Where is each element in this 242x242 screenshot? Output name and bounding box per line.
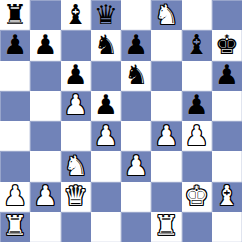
white-pawn-piece[interactable]: ♟ [3, 182, 27, 209]
white-knight-piece[interactable]: ♞ [154, 1, 178, 28]
black-king-piece[interactable]: ♚ [215, 31, 239, 58]
square-a3[interactable] [0, 151, 30, 181]
square-a1[interactable]: ♜ [0, 212, 30, 242]
square-h3[interactable] [212, 151, 242, 181]
square-b7[interactable]: ♟ [30, 30, 60, 60]
square-h6[interactable]: ♟ [212, 61, 242, 91]
square-a5[interactable] [0, 91, 30, 121]
square-f4[interactable]: ♟ [151, 121, 181, 151]
black-knight-piece[interactable]: ♞ [124, 61, 148, 88]
white-king-piece[interactable]: ♚ [185, 182, 209, 209]
square-g5[interactable]: ♟ [182, 91, 212, 121]
black-bishop-piece[interactable]: ♝ [64, 1, 88, 28]
square-b1[interactable] [30, 212, 60, 242]
square-e2[interactable] [121, 182, 151, 212]
square-c4[interactable] [61, 121, 91, 151]
white-pawn-piece[interactable]: ♟ [124, 152, 148, 179]
square-a7[interactable]: ♟ [0, 30, 30, 60]
square-a4[interactable] [0, 121, 30, 151]
square-b4[interactable] [30, 121, 60, 151]
square-h1[interactable] [212, 212, 242, 242]
square-e6[interactable]: ♞ [121, 61, 151, 91]
square-g3[interactable] [182, 151, 212, 181]
black-pawn-piece[interactable]: ♟ [64, 61, 88, 88]
square-c7[interactable] [61, 30, 91, 60]
square-f8[interactable]: ♞ [151, 0, 181, 30]
black-knight-piece[interactable]: ♞ [94, 31, 118, 58]
square-c2[interactable]: ♛ [61, 182, 91, 212]
square-e8[interactable] [121, 0, 151, 30]
black-pawn-piece[interactable]: ♟ [33, 31, 57, 58]
square-g8[interactable] [182, 0, 212, 30]
square-d6[interactable] [91, 61, 121, 91]
square-b2[interactable]: ♟ [30, 182, 60, 212]
white-queen-piece[interactable]: ♛ [64, 182, 88, 209]
square-b3[interactable] [30, 151, 60, 181]
black-bishop-piece[interactable]: ♝ [185, 31, 209, 58]
black-pawn-piece[interactable]: ♟ [185, 91, 209, 118]
square-e7[interactable]: ♟ [121, 30, 151, 60]
square-h7[interactable]: ♚ [212, 30, 242, 60]
white-pawn-piece[interactable]: ♟ [94, 122, 118, 149]
square-e3[interactable]: ♟ [121, 151, 151, 181]
square-h4[interactable] [212, 121, 242, 151]
square-c6[interactable]: ♟ [61, 61, 91, 91]
square-f1[interactable]: ♜ [151, 212, 181, 242]
white-pawn-piece[interactable]: ♟ [33, 182, 57, 209]
black-pawn-piece[interactable]: ♟ [215, 61, 239, 88]
square-e1[interactable] [121, 212, 151, 242]
square-c3[interactable]: ♞ [61, 151, 91, 181]
square-a2[interactable]: ♟ [0, 182, 30, 212]
square-g1[interactable] [182, 212, 212, 242]
square-d4[interactable]: ♟ [91, 121, 121, 151]
black-pawn-piece[interactable]: ♟ [124, 31, 148, 58]
square-f6[interactable] [151, 61, 181, 91]
square-h8[interactable] [212, 0, 242, 30]
square-f7[interactable] [151, 30, 181, 60]
white-pawn-piece[interactable]: ♟ [185, 122, 209, 149]
square-h5[interactable] [212, 91, 242, 121]
square-f2[interactable] [151, 182, 181, 212]
white-bishop-piece[interactable]: ♝ [215, 182, 239, 209]
square-d7[interactable]: ♞ [91, 30, 121, 60]
square-d8[interactable]: ♛ [91, 0, 121, 30]
white-rook-piece[interactable]: ♜ [154, 212, 178, 239]
square-f5[interactable] [151, 91, 181, 121]
black-rook-piece[interactable]: ♜ [3, 1, 27, 28]
square-b6[interactable] [30, 61, 60, 91]
black-pawn-piece[interactable]: ♟ [94, 91, 118, 118]
square-d2[interactable] [91, 182, 121, 212]
square-c1[interactable] [61, 212, 91, 242]
square-c5[interactable]: ♟ [61, 91, 91, 121]
square-e5[interactable] [121, 91, 151, 121]
square-g7[interactable]: ♝ [182, 30, 212, 60]
square-d5[interactable]: ♟ [91, 91, 121, 121]
square-d3[interactable] [91, 151, 121, 181]
white-knight-piece[interactable]: ♞ [64, 152, 88, 179]
white-pawn-piece[interactable]: ♟ [154, 122, 178, 149]
square-g6[interactable] [182, 61, 212, 91]
square-f3[interactable] [151, 151, 181, 181]
chess-board: ♜♝♛♞♟♟♞♟♝♚♟♞♟♟♟♟♟♟♟♞♟♟♟♛♚♝♜♜ [0, 0, 242, 242]
square-a8[interactable]: ♜ [0, 0, 30, 30]
square-g2[interactable]: ♚ [182, 182, 212, 212]
square-d1[interactable] [91, 212, 121, 242]
square-g4[interactable]: ♟ [182, 121, 212, 151]
white-pawn-piece[interactable]: ♟ [64, 91, 88, 118]
black-pawn-piece[interactable]: ♟ [3, 31, 27, 58]
square-e4[interactable] [121, 121, 151, 151]
square-a6[interactable] [0, 61, 30, 91]
black-queen-piece[interactable]: ♛ [94, 1, 118, 28]
square-b5[interactable] [30, 91, 60, 121]
white-rook-piece[interactable]: ♜ [3, 212, 27, 239]
square-b8[interactable] [30, 0, 60, 30]
square-h2[interactable]: ♝ [212, 182, 242, 212]
square-c8[interactable]: ♝ [61, 0, 91, 30]
